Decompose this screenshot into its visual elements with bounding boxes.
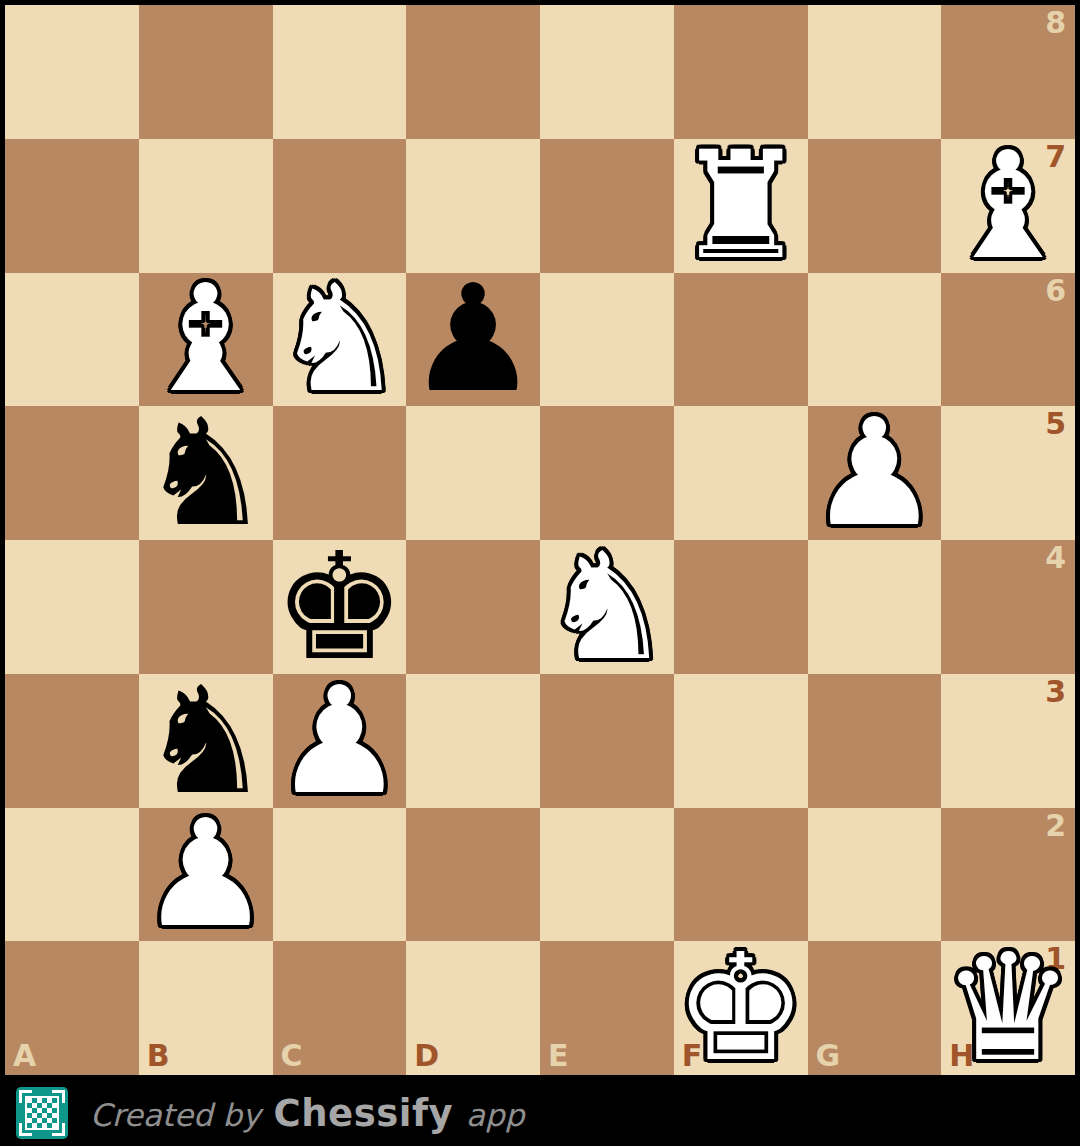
file-label-D: D [414,1041,439,1071]
square-a6[interactable] [5,273,139,407]
square-e8[interactable] [540,5,674,139]
square-h3[interactable]: 3 [941,674,1075,808]
square-e3[interactable] [540,674,674,808]
square-h5[interactable]: 5 [941,406,1075,540]
square-g3[interactable] [808,674,942,808]
square-d5[interactable] [406,406,540,540]
square-b2[interactable]: ♟ [139,808,273,942]
brand-name: Chessify [274,1092,454,1135]
square-g8[interactable] [808,5,942,139]
white-king-f1[interactable]: ♚ [674,941,808,1075]
file-label-E: E [548,1041,569,1071]
square-e7[interactable] [540,139,674,273]
square-a7[interactable] [5,139,139,273]
square-a5[interactable] [5,406,139,540]
black-king-c4[interactable]: ♚ [273,540,407,674]
rank-label-5: 5 [1045,409,1066,439]
square-f1[interactable]: F♚ [674,941,808,1075]
square-c6[interactable]: ♞ [273,273,407,407]
board-grid: 8♜7♝♝♞♟6♞♟5♚♞4♞♟3♟2ABCDEF♚G1H♛ [5,5,1075,1075]
square-e5[interactable] [540,406,674,540]
square-e2[interactable] [540,808,674,942]
square-g7[interactable] [808,139,942,273]
square-h1[interactable]: 1H♛ [941,941,1075,1075]
square-g2[interactable] [808,808,942,942]
rank-label-2: 2 [1045,811,1066,841]
file-label-B: B [147,1041,170,1071]
square-c5[interactable] [273,406,407,540]
file-label-C: C [281,1041,303,1071]
file-label-G: G [816,1041,841,1071]
rank-label-6: 6 [1045,276,1066,306]
square-a4[interactable] [5,540,139,674]
white-pawn-g5[interactable]: ♟ [808,406,942,540]
chessify-logo [16,1087,68,1139]
square-c2[interactable] [273,808,407,942]
square-h7[interactable]: 7♝ [941,139,1075,273]
square-h8[interactable]: 8 [941,5,1075,139]
square-d1[interactable]: D [406,941,540,1075]
white-rook-f7[interactable]: ♜ [674,139,808,273]
white-pawn-b2[interactable]: ♟ [139,808,273,942]
square-a8[interactable] [5,5,139,139]
rank-label-3: 3 [1045,677,1066,707]
square-b4[interactable] [139,540,273,674]
black-pawn-d6[interactable]: ♟ [406,273,540,407]
square-e4[interactable]: ♞ [540,540,674,674]
square-a1[interactable]: A [5,941,139,1075]
square-a3[interactable] [5,674,139,808]
square-f3[interactable] [674,674,808,808]
checkerboard-icon [25,1096,59,1130]
rank-label-8: 8 [1045,8,1066,38]
square-f5[interactable] [674,406,808,540]
square-f7[interactable]: ♜ [674,139,808,273]
footer-bar: Created by Chessify app [0,1080,1080,1146]
square-e1[interactable]: E [540,941,674,1075]
white-bishop-h7[interactable]: ♝ [941,139,1075,273]
square-c3[interactable]: ♟ [273,674,407,808]
square-e6[interactable] [540,273,674,407]
white-knight-c6[interactable]: ♞ [273,273,407,407]
white-queen-h1[interactable]: ♛ [941,941,1075,1075]
square-c1[interactable]: C [273,941,407,1075]
square-h6[interactable]: 6 [941,273,1075,407]
created-by-text: Created by [90,1097,261,1133]
square-d8[interactable] [406,5,540,139]
square-a2[interactable] [5,808,139,942]
white-knight-e4[interactable]: ♞ [540,540,674,674]
square-g4[interactable] [808,540,942,674]
square-b5[interactable]: ♞ [139,406,273,540]
square-b1[interactable]: B [139,941,273,1075]
square-f4[interactable] [674,540,808,674]
square-h4[interactable]: 4 [941,540,1075,674]
square-g5[interactable]: ♟ [808,406,942,540]
square-d2[interactable] [406,808,540,942]
square-d3[interactable] [406,674,540,808]
square-f6[interactable] [674,273,808,407]
rank-label-4: 4 [1045,543,1066,573]
file-label-A: A [13,1041,36,1071]
square-d4[interactable] [406,540,540,674]
black-knight-b5[interactable]: ♞ [139,406,273,540]
square-b8[interactable] [139,5,273,139]
footer-credit: Created by Chessify app [90,1092,524,1135]
square-c8[interactable] [273,5,407,139]
square-f8[interactable] [674,5,808,139]
square-g1[interactable]: G [808,941,942,1075]
white-pawn-c3[interactable]: ♟ [273,674,407,808]
chess-board: 8♜7♝♝♞♟6♞♟5♚♞4♞♟3♟2ABCDEF♚G1H♛ [0,0,1080,1080]
square-c4[interactable]: ♚ [273,540,407,674]
square-d6[interactable]: ♟ [406,273,540,407]
app-suffix-text: app [466,1097,524,1133]
